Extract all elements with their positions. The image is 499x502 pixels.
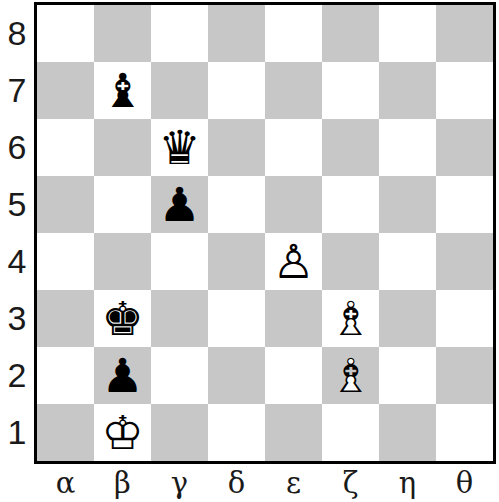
rank-label-2: 2 bbox=[0, 347, 34, 404]
square-c2[interactable] bbox=[151, 347, 208, 404]
file-label-h: θ bbox=[436, 464, 493, 502]
square-c4[interactable] bbox=[151, 233, 208, 290]
square-g1[interactable] bbox=[379, 404, 436, 461]
square-c1[interactable] bbox=[151, 404, 208, 461]
piece-white-king: ♚♔ bbox=[94, 404, 151, 461]
square-h1[interactable] bbox=[436, 404, 493, 461]
square-g7[interactable] bbox=[379, 62, 436, 119]
square-b3[interactable]: ♚ bbox=[94, 290, 151, 347]
square-h4[interactable] bbox=[436, 233, 493, 290]
square-d5[interactable] bbox=[208, 176, 265, 233]
square-d8[interactable] bbox=[208, 5, 265, 62]
square-a1[interactable] bbox=[37, 404, 94, 461]
square-e3[interactable] bbox=[265, 290, 322, 347]
square-d6[interactable] bbox=[208, 119, 265, 176]
square-c7[interactable] bbox=[151, 62, 208, 119]
rank-labels: 87654321 bbox=[0, 5, 34, 461]
square-e1[interactable] bbox=[265, 404, 322, 461]
square-d7[interactable] bbox=[208, 62, 265, 119]
file-label-b: β bbox=[94, 464, 151, 502]
square-c8[interactable] bbox=[151, 5, 208, 62]
piece-white-bishop: ♝♗ bbox=[322, 347, 379, 404]
square-f6[interactable] bbox=[322, 119, 379, 176]
file-label-c: γ bbox=[151, 464, 208, 502]
piece-black-bishop: ♝ bbox=[94, 62, 151, 119]
square-a4[interactable] bbox=[37, 233, 94, 290]
square-g2[interactable] bbox=[379, 347, 436, 404]
file-label-d: δ bbox=[208, 464, 265, 502]
square-g8[interactable] bbox=[379, 5, 436, 62]
square-f1[interactable] bbox=[322, 404, 379, 461]
rank-label-1: 1 bbox=[0, 404, 34, 461]
file-label-f: ζ bbox=[322, 464, 379, 502]
square-c3[interactable] bbox=[151, 290, 208, 347]
rank-label-3: 3 bbox=[0, 290, 34, 347]
file-label-a: α bbox=[37, 464, 94, 502]
rank-label-6: 6 bbox=[0, 119, 34, 176]
board: ♝♛♟♟♙♚♝♗♟♝♗♚♔ bbox=[34, 2, 496, 464]
square-g5[interactable] bbox=[379, 176, 436, 233]
rank-label-5: 5 bbox=[0, 176, 34, 233]
square-b1[interactable]: ♚♔ bbox=[94, 404, 151, 461]
square-c6[interactable]: ♛ bbox=[151, 119, 208, 176]
piece-black-king: ♚ bbox=[94, 290, 151, 347]
rank-label-8: 8 bbox=[0, 5, 34, 62]
square-e2[interactable] bbox=[265, 347, 322, 404]
square-f3[interactable]: ♝♗ bbox=[322, 290, 379, 347]
square-h3[interactable] bbox=[436, 290, 493, 347]
square-c5[interactable]: ♟ bbox=[151, 176, 208, 233]
square-e5[interactable] bbox=[265, 176, 322, 233]
square-e6[interactable] bbox=[265, 119, 322, 176]
square-b4[interactable] bbox=[94, 233, 151, 290]
square-b5[interactable] bbox=[94, 176, 151, 233]
rank-label-4: 4 bbox=[0, 233, 34, 290]
piece-white-bishop: ♝♗ bbox=[322, 290, 379, 347]
piece-black-queen: ♛ bbox=[151, 119, 208, 176]
square-h8[interactable] bbox=[436, 5, 493, 62]
square-f8[interactable] bbox=[322, 5, 379, 62]
square-d3[interactable] bbox=[208, 290, 265, 347]
file-label-g: η bbox=[379, 464, 436, 502]
square-a8[interactable] bbox=[37, 5, 94, 62]
square-g6[interactable] bbox=[379, 119, 436, 176]
square-f4[interactable] bbox=[322, 233, 379, 290]
piece-black-pawn: ♟ bbox=[94, 347, 151, 404]
square-g4[interactable] bbox=[379, 233, 436, 290]
square-a7[interactable] bbox=[37, 62, 94, 119]
square-a2[interactable] bbox=[37, 347, 94, 404]
square-e8[interactable] bbox=[265, 5, 322, 62]
square-e4[interactable]: ♟♙ bbox=[265, 233, 322, 290]
square-h2[interactable] bbox=[436, 347, 493, 404]
square-b2[interactable]: ♟ bbox=[94, 347, 151, 404]
file-labels: αβγδεζηθ bbox=[37, 464, 493, 502]
rank-label-7: 7 bbox=[0, 62, 34, 119]
piece-white-pawn: ♟♙ bbox=[265, 233, 322, 290]
square-a3[interactable] bbox=[37, 290, 94, 347]
chess-diagram: 87654321 ♝♛♟♟♙♚♝♗♟♝♗♚♔ αβγδεζηθ bbox=[0, 0, 499, 502]
square-h6[interactable] bbox=[436, 119, 493, 176]
square-h7[interactable] bbox=[436, 62, 493, 119]
square-d4[interactable] bbox=[208, 233, 265, 290]
square-d2[interactable] bbox=[208, 347, 265, 404]
square-b6[interactable] bbox=[94, 119, 151, 176]
piece-black-pawn: ♟ bbox=[151, 176, 208, 233]
square-b8[interactable] bbox=[94, 5, 151, 62]
square-b7[interactable]: ♝ bbox=[94, 62, 151, 119]
square-e7[interactable] bbox=[265, 62, 322, 119]
square-h5[interactable] bbox=[436, 176, 493, 233]
square-f7[interactable] bbox=[322, 62, 379, 119]
square-g3[interactable] bbox=[379, 290, 436, 347]
square-f5[interactable] bbox=[322, 176, 379, 233]
square-f2[interactable]: ♝♗ bbox=[322, 347, 379, 404]
square-d1[interactable] bbox=[208, 404, 265, 461]
square-a5[interactable] bbox=[37, 176, 94, 233]
square-a6[interactable] bbox=[37, 119, 94, 176]
file-label-e: ε bbox=[265, 464, 322, 502]
